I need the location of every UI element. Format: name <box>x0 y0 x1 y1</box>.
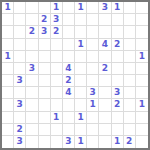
cell-r11c8[interactable] <box>87 124 99 136</box>
cell-r5c11[interactable] <box>124 51 136 63</box>
cell-r10c4[interactable] <box>39 112 51 124</box>
cell-r11c1[interactable] <box>2 124 14 136</box>
cell-r9c1[interactable] <box>2 99 14 111</box>
cell-r3c4: 3 <box>39 26 51 38</box>
cell-r1c7: 1 <box>75 2 87 14</box>
cell-r3c11[interactable] <box>124 26 136 38</box>
cell-r5c6[interactable] <box>63 51 75 63</box>
cell-r10c1[interactable] <box>2 112 14 124</box>
cell-r12c6: 3 <box>63 136 75 148</box>
cell-r2c7[interactable] <box>75 14 87 26</box>
cell-r5c7[interactable] <box>75 51 87 63</box>
cell-r1c3[interactable] <box>26 2 38 14</box>
cell-r2c9[interactable] <box>99 14 111 26</box>
cell-r10c8[interactable] <box>87 112 99 124</box>
cell-r9c2: 3 <box>14 99 26 111</box>
cell-r2c6[interactable] <box>63 14 75 26</box>
cell-r11c12[interactable] <box>136 124 148 136</box>
cell-r12c11: 2 <box>124 136 136 148</box>
cell-r6c6: 4 <box>63 63 75 75</box>
cell-r4c11[interactable] <box>124 39 136 51</box>
cell-r12c10: 1 <box>112 136 124 148</box>
cell-r12c4[interactable] <box>39 136 51 148</box>
cell-r2c5: 3 <box>51 14 63 26</box>
cell-r8c2[interactable] <box>14 87 26 99</box>
cell-r10c3[interactable] <box>26 112 38 124</box>
cell-r8c11[interactable] <box>124 87 136 99</box>
cell-r7c6: 2 <box>63 75 75 87</box>
cell-r9c7[interactable] <box>75 99 87 111</box>
cell-r12c5[interactable] <box>51 136 63 148</box>
cell-r8c8: 3 <box>87 87 99 99</box>
cell-r6c1[interactable] <box>2 63 14 75</box>
cell-r11c5[interactable] <box>51 124 63 136</box>
cell-r3c3: 2 <box>26 26 38 38</box>
cell-r2c12[interactable] <box>136 14 148 26</box>
cell-r9c3[interactable] <box>26 99 38 111</box>
cell-r6c2[interactable] <box>14 63 26 75</box>
cell-r3c10[interactable] <box>112 26 124 38</box>
cell-r5c8[interactable] <box>87 51 99 63</box>
cell-r5c1: 1 <box>2 51 14 63</box>
cell-r5c12: 1 <box>136 51 148 63</box>
cell-r9c12: 1 <box>136 99 148 111</box>
cell-r4c6[interactable] <box>63 39 75 51</box>
cell-r11c3[interactable] <box>26 124 38 136</box>
cell-r1c10: 1 <box>112 2 124 14</box>
cell-r6c10[interactable] <box>112 63 124 75</box>
cell-r11c7[interactable] <box>75 124 87 136</box>
cell-r2c3[interactable] <box>26 14 38 26</box>
cell-r5c3[interactable] <box>26 51 38 63</box>
cell-r8c5[interactable] <box>51 87 63 99</box>
cell-r3c6[interactable] <box>63 26 75 38</box>
cell-r10c5: 1 <box>51 112 63 124</box>
cell-r7c1[interactable] <box>2 75 14 87</box>
cell-r2c11[interactable] <box>124 14 136 26</box>
cell-r8c1[interactable] <box>2 87 14 99</box>
cell-r12c7: 1 <box>75 136 87 148</box>
cell-r3c2[interactable] <box>14 26 26 38</box>
cell-r4c7: 1 <box>75 39 87 51</box>
cell-r6c9: 2 <box>99 63 111 75</box>
cell-r1c11[interactable] <box>124 2 136 14</box>
minesweeper-board: 11131232321421134232433312111233112 <box>0 0 150 150</box>
cell-r9c9[interactable] <box>99 99 111 111</box>
cell-r12c12[interactable] <box>136 136 148 148</box>
cell-r6c4[interactable] <box>39 63 51 75</box>
cell-r9c6[interactable] <box>63 99 75 111</box>
cell-r3c12[interactable] <box>136 26 148 38</box>
cell-r8c4[interactable] <box>39 87 51 99</box>
cell-r11c10[interactable] <box>112 124 124 136</box>
cell-r7c2: 3 <box>14 75 26 87</box>
cell-r12c1[interactable] <box>2 136 14 148</box>
cell-r3c1[interactable] <box>2 26 14 38</box>
cell-r9c8: 1 <box>87 99 99 111</box>
cell-r6c12[interactable] <box>136 63 148 75</box>
cell-r11c6[interactable] <box>63 124 75 136</box>
cell-r4c12[interactable] <box>136 39 148 51</box>
cell-r4c3[interactable] <box>26 39 38 51</box>
cell-r3c7[interactable] <box>75 26 87 38</box>
cell-r12c3[interactable] <box>26 136 38 148</box>
cell-r1c12[interactable] <box>136 2 148 14</box>
cell-r1c1: 1 <box>2 2 14 14</box>
cell-r6c11[interactable] <box>124 63 136 75</box>
cell-r8c3[interactable] <box>26 87 38 99</box>
cell-r4c5[interactable] <box>51 39 63 51</box>
cell-r9c11[interactable] <box>124 99 136 111</box>
cell-r2c10[interactable] <box>112 14 124 26</box>
cell-r11c11[interactable] <box>124 124 136 136</box>
cell-r9c10: 2 <box>112 99 124 111</box>
cell-r5c2[interactable] <box>14 51 26 63</box>
cell-r5c4[interactable] <box>39 51 51 63</box>
cell-r5c9[interactable] <box>99 51 111 63</box>
cell-r3c8[interactable] <box>87 26 99 38</box>
cell-r4c9: 4 <box>99 39 111 51</box>
cell-r2c8[interactable] <box>87 14 99 26</box>
cell-r7c4[interactable] <box>39 75 51 87</box>
cell-r5c10[interactable] <box>112 51 124 63</box>
cell-r2c4: 2 <box>39 14 51 26</box>
cell-r12c2: 3 <box>14 136 26 148</box>
cell-r3c5: 2 <box>51 26 63 38</box>
cell-r7c3[interactable] <box>26 75 38 87</box>
cell-r6c7[interactable] <box>75 63 87 75</box>
cell-r12c9[interactable] <box>99 136 111 148</box>
cell-r10c6[interactable] <box>63 112 75 124</box>
cell-r6c3: 3 <box>26 63 38 75</box>
cell-r4c10: 2 <box>112 39 124 51</box>
cell-r7c12[interactable] <box>136 75 148 87</box>
cell-r1c6[interactable] <box>63 2 75 14</box>
cell-r8c12[interactable] <box>136 87 148 99</box>
cell-r4c4[interactable] <box>39 39 51 51</box>
cell-r9c5[interactable] <box>51 99 63 111</box>
cell-r6c5[interactable] <box>51 63 63 75</box>
cell-r10c7: 1 <box>75 112 87 124</box>
cell-r7c7[interactable] <box>75 75 87 87</box>
cell-r2c1[interactable] <box>2 14 14 26</box>
cell-r4c8[interactable] <box>87 39 99 51</box>
cell-r8c9[interactable] <box>99 87 111 99</box>
cell-r7c11[interactable] <box>124 75 136 87</box>
cell-r1c9: 3 <box>99 2 111 14</box>
cell-r11c4[interactable] <box>39 124 51 136</box>
cell-r10c11[interactable] <box>124 112 136 124</box>
cell-r10c10[interactable] <box>112 112 124 124</box>
cell-r10c9[interactable] <box>99 112 111 124</box>
cell-r7c9[interactable] <box>99 75 111 87</box>
cell-r3c9[interactable] <box>99 26 111 38</box>
cell-r6c8[interactable] <box>87 63 99 75</box>
cell-r8c6: 4 <box>63 87 75 99</box>
cell-r5c5[interactable] <box>51 51 63 63</box>
cell-r4c2[interactable] <box>14 39 26 51</box>
cell-r7c10[interactable] <box>112 75 124 87</box>
cell-r12c8[interactable] <box>87 136 99 148</box>
cell-r10c2[interactable] <box>14 112 26 124</box>
cell-r2c2[interactable] <box>14 14 26 26</box>
cell-r11c9[interactable] <box>99 124 111 136</box>
cell-r1c5: 1 <box>51 2 63 14</box>
cell-r4c1[interactable] <box>2 39 14 51</box>
cell-r11c2: 2 <box>14 124 26 136</box>
cell-r8c7[interactable] <box>75 87 87 99</box>
cell-r10c12[interactable] <box>136 112 148 124</box>
cell-r1c4[interactable] <box>39 2 51 14</box>
cell-r7c5[interactable] <box>51 75 63 87</box>
cell-r8c10: 3 <box>112 87 124 99</box>
cell-r1c2[interactable] <box>14 2 26 14</box>
cell-r7c8[interactable] <box>87 75 99 87</box>
cell-r9c4[interactable] <box>39 99 51 111</box>
cell-r1c8[interactable] <box>87 2 99 14</box>
